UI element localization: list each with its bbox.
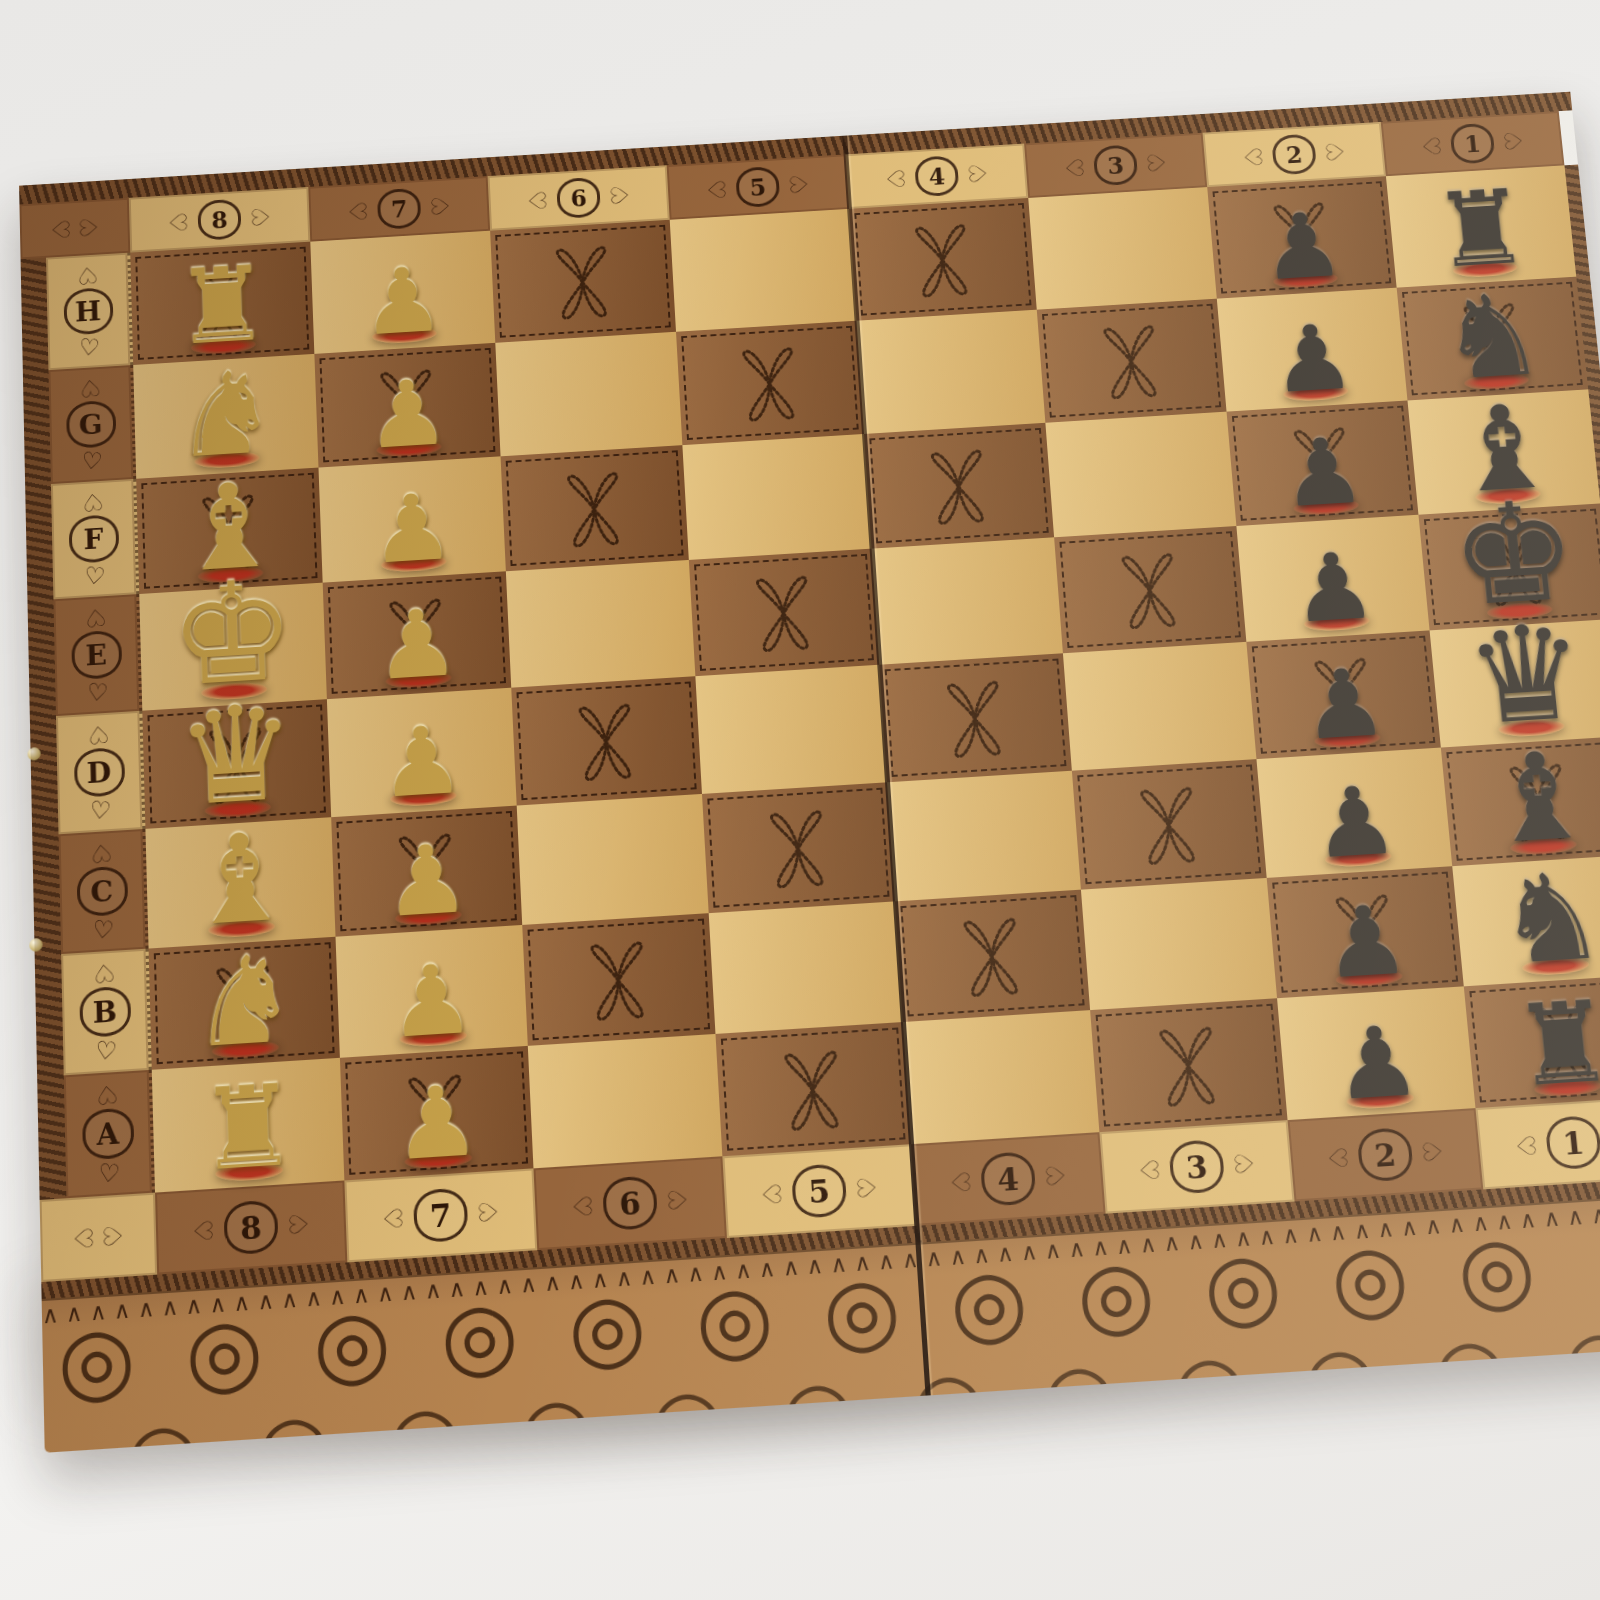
- square-a4[interactable]: [903, 1010, 1099, 1144]
- heart-icon: ♡: [569, 1194, 595, 1218]
- file-label-text: E: [71, 630, 122, 681]
- square-a5[interactable]: [715, 1022, 911, 1156]
- square-h2[interactable]: ♟: [1207, 176, 1396, 298]
- heart-icon: ♡: [93, 1038, 118, 1064]
- brass-knight-b8[interactable]: ♞: [188, 937, 300, 1065]
- butterfly-motif: [737, 1038, 889, 1140]
- butterfly-motif: [510, 234, 655, 328]
- brass-pawn-h7[interactable]: ♟: [360, 254, 446, 349]
- file-label-a: ♡A♡: [64, 1070, 155, 1198]
- file-label-e: ♡E♡: [53, 594, 142, 716]
- square-b4[interactable]: [895, 890, 1090, 1022]
- rank-label-text: 8: [223, 1199, 278, 1255]
- rank-label-text: 5: [791, 1163, 848, 1219]
- pewter-queen-d1[interactable]: ♛: [1461, 605, 1592, 743]
- heart-icon: ♡: [758, 1182, 784, 1206]
- square-c4[interactable]: [887, 771, 1081, 902]
- heart-icon: ♡: [86, 721, 110, 748]
- square-g5[interactable]: [676, 321, 864, 445]
- heart-icon: ♡: [166, 211, 190, 233]
- rank-label-text: 8: [197, 199, 241, 241]
- rank-label-4-bottom: ♡4♡: [911, 1132, 1106, 1226]
- square-a2[interactable]: ♟: [1277, 986, 1475, 1120]
- stitch-border: [885, 659, 1067, 777]
- rank-label-7-bottom: ♡7♡: [344, 1168, 537, 1262]
- heart-icon: ♡: [525, 190, 549, 212]
- square-c3[interactable]: [1072, 759, 1267, 890]
- heart-icon: ♡: [78, 375, 101, 401]
- file-label-text: C: [76, 865, 128, 917]
- heart-icon: ♡: [80, 449, 104, 474]
- stitch-border: [707, 788, 889, 908]
- pewter-pawn-e2[interactable]: ♟: [1288, 539, 1380, 637]
- heart-icon: ♡: [1043, 1164, 1069, 1188]
- brass-bishop-c8[interactable]: ♝: [184, 816, 297, 944]
- stitch-border: [506, 450, 684, 566]
- square-b5[interactable]: [709, 901, 903, 1034]
- brass-pawn-f7[interactable]: ♟: [369, 481, 456, 578]
- stitch-border: [900, 895, 1084, 1017]
- brass-pawn-g7[interactable]: ♟: [364, 367, 451, 463]
- heart-icon: ♡: [95, 1081, 119, 1109]
- heart-icon: ♡: [249, 206, 273, 228]
- playing-grid: ♜♟♟♜♞♟♟♞♝♟♟♝♚♟♟♚♛♟♟♛♝♟♟♝♞♟♟♞♜♟♟♜: [130, 165, 1600, 1192]
- rank-label-text: 1: [1449, 123, 1496, 165]
- butterfly-motif: [1058, 313, 1206, 408]
- heart-icon: ♡: [1512, 1134, 1539, 1158]
- square-a3[interactable]: [1090, 998, 1287, 1132]
- file-label-text: G: [65, 400, 116, 449]
- brass-pawn-b7[interactable]: ♟: [387, 951, 477, 1053]
- pewter-pawn-d2[interactable]: ♟: [1298, 655, 1391, 754]
- square-g2[interactable]: ♟: [1217, 288, 1408, 412]
- stitch-border: [869, 428, 1049, 544]
- square-g7[interactable]: ♟: [314, 343, 500, 468]
- rank-label-text: 5: [735, 166, 780, 208]
- butterfly-motif: [543, 929, 694, 1030]
- pewter-rook-h1[interactable]: ♜: [1429, 175, 1534, 283]
- file-label-f: ♡F♡: [51, 479, 139, 600]
- heart-icon: ♡: [883, 168, 908, 190]
- square-h6[interactable]: [490, 220, 676, 343]
- heart-icon: ♡: [89, 839, 113, 866]
- square-f3[interactable]: [1045, 412, 1236, 538]
- square-d7[interactable]: ♟: [327, 688, 517, 818]
- heart-icon: ♡: [1324, 1146, 1351, 1170]
- square-h1[interactable]: ♜: [1386, 165, 1576, 287]
- butterfly-motif: [1075, 541, 1225, 638]
- square-g4[interactable]: [856, 310, 1045, 434]
- brass-pawn-e7[interactable]: ♟: [373, 596, 461, 694]
- heart-icon: ♡: [966, 163, 991, 185]
- heart-icon: ♡: [84, 604, 108, 630]
- heart-icon: ♡: [88, 798, 112, 824]
- rank-label-text: 6: [602, 1175, 658, 1231]
- heart-icon: ♡: [76, 262, 99, 287]
- butterfly-motif: [900, 669, 1050, 767]
- heart-icon: ♡: [380, 1206, 406, 1230]
- stitch-border: [516, 681, 696, 800]
- square-e4[interactable]: [872, 537, 1063, 664]
- heart-icon: ♡: [1240, 146, 1265, 168]
- pewter-knight-b1[interactable]: ♞: [1491, 855, 1600, 982]
- border-corner-top-left: ♡♡: [19, 198, 130, 259]
- square-a7[interactable]: ♟: [340, 1046, 534, 1181]
- stitch-border: [1059, 531, 1241, 648]
- butterfly-motif: [870, 212, 1016, 305]
- file-label-g: ♡G♡: [48, 365, 136, 484]
- heart-icon: ♡: [286, 1212, 312, 1236]
- pewter-pawn-g2[interactable]: ♟: [1267, 312, 1358, 407]
- rank-label-text: 6: [556, 177, 601, 219]
- heart-icon: ♡: [1323, 141, 1348, 163]
- brass-rook-h8[interactable]: ♜: [173, 252, 271, 361]
- rank-label-3-bottom: ♡3♡: [1099, 1120, 1294, 1214]
- square-f6[interactable]: [501, 445, 689, 571]
- heart-icon: ♡: [608, 185, 632, 207]
- square-h5[interactable]: [670, 209, 857, 332]
- butterfly-motif: [532, 692, 681, 791]
- file-label-text: A: [81, 1107, 134, 1160]
- heart-icon: ♡: [190, 1218, 215, 1242]
- stitch-border: [681, 326, 859, 440]
- butterfly-motif: [723, 798, 873, 898]
- square-e7[interactable]: ♟: [323, 571, 512, 699]
- pewter-pawn-c2[interactable]: ♟: [1308, 773, 1401, 873]
- brass-pawn-a7[interactable]: ♟: [392, 1072, 482, 1175]
- file-label-c: ♡C♡: [59, 829, 149, 954]
- square-h7[interactable]: ♟: [310, 231, 495, 354]
- butterfly-motif: [916, 905, 1068, 1006]
- square-h4[interactable]: [849, 198, 1037, 321]
- heart-icon: ♡: [429, 195, 453, 217]
- square-a8[interactable]: ♜: [152, 1058, 345, 1193]
- rank-label-text: 3: [1093, 144, 1139, 186]
- square-e2[interactable]: ♟: [1236, 515, 1429, 642]
- square-f2[interactable]: ♟: [1227, 400, 1419, 526]
- file-label-text: H: [63, 287, 113, 336]
- heart-icon: ♡: [1501, 130, 1526, 152]
- square-d6[interactable]: [511, 676, 702, 805]
- stitch-border: [1096, 1004, 1282, 1127]
- heart-icon: ♡: [476, 1200, 502, 1224]
- square-c2[interactable]: ♟: [1256, 748, 1452, 878]
- heart-icon: ♡: [91, 917, 116, 943]
- rank-label-text: 4: [980, 1151, 1037, 1207]
- brass-rook-a8[interactable]: ♜: [197, 1069, 300, 1188]
- stitch-border: [495, 225, 671, 338]
- stitch-border: [721, 1027, 906, 1150]
- square-b3[interactable]: [1081, 878, 1277, 1010]
- butterfly-motif: [710, 564, 858, 661]
- rank-label-text: 2: [1356, 1127, 1414, 1183]
- heart-icon: ♡: [77, 217, 101, 239]
- square-c5[interactable]: [702, 782, 895, 913]
- square-d5[interactable]: [695, 665, 887, 794]
- heart-icon: ♡: [77, 335, 101, 360]
- square-a1[interactable]: ♜: [1464, 974, 1600, 1108]
- file-label-text: F: [68, 514, 119, 564]
- pewter-pawn-h2[interactable]: ♟: [1257, 200, 1347, 294]
- square-d3[interactable]: [1063, 642, 1257, 771]
- brass-pawn-c7[interactable]: ♟: [382, 831, 471, 932]
- heart-icon: ♡: [81, 489, 104, 515]
- photo-background: ♡♡♡8♡♡7♡♡6♡♡5♡♡4♡♡3♡♡2♡♡1♡ ♡H♡♡G♡♡F♡♡E♡♡…: [0, 0, 1600, 1600]
- square-f5[interactable]: [682, 434, 871, 560]
- rank-label-8-bottom: ♡8♡: [155, 1180, 347, 1274]
- heart-icon: ♡: [1420, 1140, 1447, 1164]
- heart-icon: ♡: [947, 1170, 973, 1194]
- rank-label-text: 3: [1168, 1139, 1226, 1195]
- square-e5[interactable]: [689, 549, 879, 677]
- heart-icon: ♡: [85, 680, 109, 705]
- rank-label-2-bottom: ♡2♡: [1288, 1108, 1484, 1201]
- rank-label-text: 4: [914, 155, 960, 197]
- heart-icon: ♡: [92, 959, 116, 986]
- file-label-b: ♡B♡: [61, 949, 152, 1076]
- square-e6[interactable]: [506, 560, 696, 688]
- stitch-border: [528, 919, 711, 1041]
- heart-icon: ♡: [82, 564, 106, 589]
- pewter-pawn-a2[interactable]: ♟: [1330, 1012, 1425, 1115]
- heart-icon: ♡: [345, 201, 369, 223]
- square-f4[interactable]: [864, 423, 1054, 549]
- butterfly-motif: [885, 438, 1033, 534]
- square-f7[interactable]: ♟: [318, 456, 505, 582]
- square-d2[interactable]: ♟: [1246, 630, 1440, 759]
- butterfly-motif: [1093, 775, 1245, 874]
- butterfly-motif: [521, 460, 668, 556]
- square-h8[interactable]: ♜: [130, 242, 314, 365]
- butterfly-motif: [697, 335, 843, 430]
- square-d4[interactable]: [879, 653, 1072, 782]
- stitch-border: [1042, 304, 1221, 418]
- heart-icon: ♡: [1145, 152, 1170, 174]
- rank-label-text: 7: [377, 188, 422, 230]
- square-e3[interactable]: [1054, 526, 1246, 653]
- file-label-text: B: [79, 986, 131, 1039]
- stitch-border: [1077, 764, 1261, 884]
- rank-label-6-bottom: ♡6♡: [533, 1156, 726, 1250]
- pewter-rook-a1[interactable]: ♜: [1509, 986, 1600, 1104]
- stitch-border: [694, 554, 874, 671]
- pewter-bishop-c1[interactable]: ♝: [1479, 734, 1599, 861]
- rank-label-5-bottom: ♡5♡: [722, 1144, 916, 1238]
- heart-icon: ♡: [704, 179, 729, 201]
- stitch-border: [854, 203, 1031, 316]
- file-label-text: D: [73, 747, 125, 798]
- heart-icon: ♡: [665, 1188, 691, 1212]
- heart-icon: ♡: [48, 219, 72, 241]
- pewter-pawn-f2[interactable]: ♟: [1277, 425, 1368, 521]
- square-b6[interactable]: [522, 913, 715, 1046]
- heart-icon: ♡: [1231, 1152, 1257, 1176]
- square-b8[interactable]: ♞: [149, 937, 340, 1070]
- heart-icon: ♡: [96, 1160, 121, 1187]
- square-b1[interactable]: ♞: [1452, 854, 1600, 986]
- square-a6[interactable]: [528, 1034, 723, 1168]
- square-c7[interactable]: ♟: [331, 806, 522, 937]
- square-b2[interactable]: ♟: [1267, 866, 1464, 998]
- heart-icon: ♡: [101, 1224, 126, 1248]
- rank-label-text: 7: [413, 1187, 469, 1243]
- heart-icon: ♡: [1136, 1158, 1162, 1182]
- brass-pawn-d7[interactable]: ♟: [378, 713, 467, 812]
- square-h3[interactable]: [1028, 187, 1217, 310]
- heart-icon: ♡: [854, 1176, 880, 1200]
- file-label-h: ♡H♡: [46, 253, 133, 371]
- butterfly-motif: [1112, 1014, 1266, 1116]
- pewter-pawn-b2[interactable]: ♟: [1319, 892, 1413, 993]
- heart-icon: ♡: [1062, 157, 1087, 179]
- square-g6[interactable]: [495, 332, 682, 457]
- rank-label-text: 1: [1544, 1115, 1600, 1171]
- heart-icon: ♡: [70, 1226, 95, 1250]
- square-b7[interactable]: ♟: [336, 925, 528, 1058]
- file-label-d: ♡D♡: [56, 711, 145, 835]
- border-corner-bottom-left: ♡♡: [40, 1193, 158, 1283]
- rank-label-text: 2: [1271, 134, 1317, 176]
- heart-icon: ♡: [1418, 135, 1443, 157]
- square-c8[interactable]: ♝: [145, 817, 335, 948]
- heart-icon: ♡: [787, 174, 812, 196]
- square-g3[interactable]: [1037, 299, 1227, 423]
- brass-queen-d8[interactable]: ♛: [175, 685, 298, 824]
- square-c6[interactable]: [517, 794, 709, 925]
- chess-board: ♡♡♡8♡♡7♡♡6♡♡5♡♡4♡♡3♡♡2♡♡1♡ ♡H♡♡G♡♡F♡♡E♡♡…: [19, 92, 1600, 1453]
